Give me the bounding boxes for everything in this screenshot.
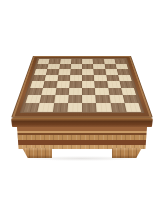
board-square [52,103,67,112]
chessboard-product-photo [0,0,164,200]
board-square [95,88,109,95]
board-base [17,127,147,149]
board-top [11,56,153,118]
board-inner-margin [20,58,145,113]
board-square [69,81,82,88]
board-square [55,88,69,95]
board-square [82,95,96,103]
board-square [41,88,56,95]
board-square [82,81,95,88]
board-square [94,81,107,88]
board-front-edge [11,118,153,127]
board-grid [23,59,141,112]
board-square [96,95,111,103]
board-square [123,95,139,103]
board-square [119,81,133,88]
board-square [82,103,97,112]
board-square [40,95,55,103]
board-square [67,103,82,112]
board-square [68,95,82,103]
board-square [121,88,136,95]
board-square [68,88,82,95]
board-square [124,103,141,112]
board-square [96,103,111,112]
board-square [54,95,69,103]
board-square [82,88,96,95]
board-square [56,81,69,88]
board-square [43,81,57,88]
board-square [38,103,54,112]
ground-shadow [24,156,140,161]
